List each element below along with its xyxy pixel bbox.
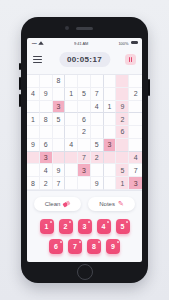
cell-r3c9[interactable] xyxy=(129,101,142,114)
earpiece-speaker xyxy=(76,27,93,30)
numpad-5[interactable]: 5 xyxy=(116,219,130,234)
cell-r5c7[interactable] xyxy=(104,126,117,139)
cell-r8c9[interactable]: 7 xyxy=(129,164,142,177)
game-header: 00:05:17 xyxy=(27,47,142,73)
cell-r2c5[interactable]: 5 xyxy=(78,88,91,101)
cell-r9c2[interactable]: 2 xyxy=(40,177,53,190)
cell-r5c9[interactable] xyxy=(129,126,142,139)
cell-r2c7[interactable] xyxy=(104,88,117,101)
cell-r8c4[interactable] xyxy=(65,164,78,177)
numpad-2[interactable]: 2 xyxy=(59,219,73,234)
cell-r4c7[interactable] xyxy=(104,113,117,126)
home-button xyxy=(77,264,93,280)
cell-r7c5[interactable]: 7 xyxy=(78,152,91,165)
cell-r1c1[interactable] xyxy=(27,75,40,88)
cell-r8c7[interactable] xyxy=(104,164,117,177)
cell-r9c4[interactable] xyxy=(65,177,78,190)
count-mark xyxy=(79,241,81,244)
app-screen: ••••• 9:41 AM 100% 00:05:17 xyxy=(27,38,142,262)
cell-r1c5[interactable] xyxy=(78,75,91,88)
battery-percent: 100% xyxy=(119,40,129,45)
cell-r4c5[interactable]: 6 xyxy=(78,113,91,126)
cell-r4c4[interactable] xyxy=(65,113,78,126)
page-background: ••••• 9:41 AM 100% 00:05:17 xyxy=(0,0,169,300)
pause-button[interactable] xyxy=(125,54,136,65)
cell-r4c3[interactable]: 5 xyxy=(53,113,66,126)
cell-r5c3[interactable] xyxy=(53,126,66,139)
clean-label: Clean xyxy=(45,201,61,207)
cell-r4c9[interactable] xyxy=(129,113,142,126)
cell-r3c3[interactable]: 3 xyxy=(53,101,66,114)
cell-r8c8[interactable]: 5 xyxy=(116,164,129,177)
pencil-icon: ✎ xyxy=(118,201,124,208)
cell-r9c3[interactable]: 7 xyxy=(53,177,66,190)
numpad-7[interactable]: 7 xyxy=(68,239,82,254)
cell-r6c7[interactable]: 3 xyxy=(104,139,117,152)
numpad-row-1: 12345 xyxy=(27,219,142,234)
mute-switch xyxy=(19,63,21,70)
cell-r9c1[interactable]: 8 xyxy=(27,177,40,190)
cell-r5c8[interactable]: 6 xyxy=(116,126,129,139)
cell-r2c9[interactable]: 2 xyxy=(129,88,142,101)
power-button xyxy=(148,79,150,96)
cell-r7c3[interactable] xyxy=(53,152,66,165)
numpad-row-2: 6789 xyxy=(27,239,142,254)
cell-r3c7[interactable]: 1 xyxy=(104,101,117,114)
cell-r8c2[interactable]: 4 xyxy=(40,164,53,177)
count-mark xyxy=(88,221,90,224)
cell-r9c7[interactable] xyxy=(104,177,117,190)
count-mark xyxy=(60,241,62,244)
cell-r3c6[interactable]: 4 xyxy=(91,101,104,114)
cell-r9c8[interactable]: 1 xyxy=(116,177,129,190)
cell-r7c8[interactable] xyxy=(116,152,129,165)
cell-r7c1[interactable] xyxy=(27,152,40,165)
front-camera xyxy=(65,26,69,30)
numpad-6[interactable]: 6 xyxy=(49,239,63,254)
numpad-8[interactable]: 8 xyxy=(87,239,101,254)
cell-r5c6[interactable] xyxy=(91,126,104,139)
timer-value: 00:05:17 xyxy=(67,55,102,64)
cell-r1c9[interactable] xyxy=(129,75,142,88)
count-mark xyxy=(107,221,109,224)
volume-down-button xyxy=(19,94,21,107)
eraser-icon xyxy=(63,201,71,208)
count-mark xyxy=(50,221,52,224)
cell-r3c5[interactable] xyxy=(78,101,91,114)
notes-label: Notes xyxy=(99,201,115,207)
cell-r8c5[interactable]: 3 xyxy=(78,164,91,177)
timer-display: 00:05:17 xyxy=(59,52,110,67)
cell-r4c8[interactable]: 2 xyxy=(116,113,129,126)
cell-r2c6[interactable]: 7 xyxy=(91,88,104,101)
cell-r5c2[interactable] xyxy=(40,126,53,139)
numpad-1[interactable]: 1 xyxy=(40,219,54,234)
numpad-4[interactable]: 4 xyxy=(97,219,111,234)
sudoku-grid: 84915723419185622696453372449357827913 xyxy=(27,74,142,191)
cell-r1c2[interactable] xyxy=(40,75,53,88)
wifi-icon xyxy=(39,41,44,45)
numpad-9[interactable]: 9 xyxy=(106,239,120,254)
menu-button[interactable] xyxy=(33,56,42,63)
cell-r6c9[interactable] xyxy=(129,139,142,152)
status-time: 9:41 AM xyxy=(74,40,88,45)
cell-r6c6[interactable]: 5 xyxy=(91,139,104,152)
status-bar: ••••• 9:41 AM 100% xyxy=(27,38,142,47)
cell-r4c2[interactable]: 8 xyxy=(40,113,53,126)
carrier-signal-dots: ••••• xyxy=(32,40,37,45)
cell-r7c7[interactable] xyxy=(104,152,117,165)
cell-r8c3[interactable]: 9 xyxy=(53,164,66,177)
cell-r2c3[interactable] xyxy=(53,88,66,101)
cell-r2c2[interactable]: 9 xyxy=(40,88,53,101)
cell-r8c1[interactable] xyxy=(27,164,40,177)
pause-icon xyxy=(129,57,130,62)
volume-up-button xyxy=(19,77,21,90)
count-mark xyxy=(69,221,71,224)
count-mark xyxy=(126,221,128,224)
cell-r2c1[interactable]: 4 xyxy=(27,88,40,101)
cell-r2c4[interactable]: 1 xyxy=(65,88,78,101)
cell-r6c4[interactable]: 4 xyxy=(65,139,78,152)
cell-r4c6[interactable] xyxy=(91,113,104,126)
cell-r6c2[interactable]: 6 xyxy=(40,139,53,152)
cell-r1c4[interactable] xyxy=(65,75,78,88)
cell-r9c6[interactable]: 9 xyxy=(91,177,104,190)
clean-button[interactable]: Clean xyxy=(34,197,81,211)
cell-r7c9[interactable]: 4 xyxy=(129,152,142,165)
cell-r1c8[interactable] xyxy=(116,75,129,88)
cell-r2c8[interactable] xyxy=(116,88,129,101)
numpad-3[interactable]: 3 xyxy=(78,219,92,234)
count-mark xyxy=(98,241,100,244)
cell-r9c5[interactable] xyxy=(78,177,91,190)
phone-mockup: ••••• 9:41 AM 100% 00:05:17 xyxy=(21,17,148,283)
cell-r3c8[interactable]: 9 xyxy=(116,101,129,114)
cell-r3c1[interactable] xyxy=(27,101,40,114)
cell-r1c3[interactable]: 8 xyxy=(53,75,66,88)
cell-r3c4[interactable] xyxy=(65,101,78,114)
cell-r8c6[interactable] xyxy=(91,164,104,177)
cell-r3c2[interactable] xyxy=(40,101,53,114)
cell-r6c3[interactable] xyxy=(53,139,66,152)
cell-r6c1[interactable]: 9 xyxy=(27,139,40,152)
notes-button[interactable]: Notes ✎ xyxy=(88,197,135,211)
cell-r7c4[interactable] xyxy=(65,152,78,165)
cell-r4c1[interactable]: 1 xyxy=(27,113,40,126)
cell-r1c7[interactable] xyxy=(104,75,117,88)
count-mark xyxy=(117,241,119,244)
cell-r5c1[interactable] xyxy=(27,126,40,139)
cell-r5c5[interactable]: 2 xyxy=(78,126,91,139)
cell-r6c5[interactable] xyxy=(78,139,91,152)
cell-r7c2[interactable]: 3 xyxy=(40,152,53,165)
cell-r9c9[interactable]: 3 xyxy=(129,177,142,190)
cell-r6c8[interactable] xyxy=(116,139,129,152)
cell-r5c4[interactable] xyxy=(65,126,78,139)
cell-r1c6[interactable] xyxy=(91,75,104,88)
cell-r7c6[interactable]: 2 xyxy=(91,152,104,165)
battery-icon xyxy=(131,41,138,45)
